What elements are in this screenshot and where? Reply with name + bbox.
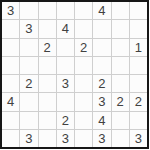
empty-cell-r2c5[interactable] xyxy=(75,20,92,37)
clue-cell-r6c7: 2 xyxy=(112,93,129,110)
clue-cell-r5c6: 2 xyxy=(93,75,110,92)
empty-cell-r1c3[interactable] xyxy=(39,2,56,19)
empty-cell-r7c8[interactable] xyxy=(130,112,147,129)
empty-cell-r6c5[interactable] xyxy=(75,93,92,110)
empty-cell-r4c3[interactable] xyxy=(39,57,56,74)
empty-cell-r1c8[interactable] xyxy=(130,2,147,19)
empty-cell-r7c7[interactable] xyxy=(112,112,129,129)
empty-cell-r6c4[interactable] xyxy=(57,93,74,110)
empty-cell-r8c3[interactable] xyxy=(39,130,56,147)
empty-cell-r8c7[interactable] xyxy=(112,130,129,147)
empty-cell-r4c6[interactable] xyxy=(93,57,110,74)
empty-cell-r3c2[interactable] xyxy=(20,39,37,56)
empty-cell-r4c1[interactable] xyxy=(2,57,19,74)
clue-cell-r2c4: 4 xyxy=(57,20,74,37)
clue-cell-r2c2: 3 xyxy=(20,20,37,37)
clue-cell-r8c4: 3 xyxy=(57,130,74,147)
empty-cell-r5c7[interactable] xyxy=(112,75,129,92)
clue-cell-r8c6: 3 xyxy=(93,130,110,147)
clue-cell-r1c6: 4 xyxy=(93,2,110,19)
clue-cell-r3c5: 2 xyxy=(75,39,92,56)
empty-cell-r2c1[interactable] xyxy=(2,20,19,37)
clue-cell-r3c8: 1 xyxy=(130,39,147,56)
puzzle-board: 34342212324322243333 xyxy=(0,0,149,149)
empty-cell-r5c8[interactable] xyxy=(130,75,147,92)
empty-cell-r8c1[interactable] xyxy=(2,130,19,147)
empty-cell-r1c2[interactable] xyxy=(20,2,37,19)
empty-cell-r3c7[interactable] xyxy=(112,39,129,56)
empty-cell-r6c2[interactable] xyxy=(20,93,37,110)
empty-cell-r5c3[interactable] xyxy=(39,75,56,92)
empty-cell-r1c7[interactable] xyxy=(112,2,129,19)
empty-cell-r4c5[interactable] xyxy=(75,57,92,74)
clue-cell-r1c1: 3 xyxy=(2,2,19,19)
empty-cell-r4c7[interactable] xyxy=(112,57,129,74)
empty-cell-r1c4[interactable] xyxy=(57,2,74,19)
empty-cell-r2c8[interactable] xyxy=(130,20,147,37)
clue-cell-r3c3: 2 xyxy=(39,39,56,56)
empty-cell-r5c5[interactable] xyxy=(75,75,92,92)
clue-cell-r6c8: 2 xyxy=(130,93,147,110)
empty-cell-r4c8[interactable] xyxy=(130,57,147,74)
empty-cell-r2c6[interactable] xyxy=(93,20,110,37)
clue-cell-r6c6: 3 xyxy=(93,93,110,110)
empty-cell-r7c1[interactable] xyxy=(2,112,19,129)
empty-cell-r7c5[interactable] xyxy=(75,112,92,129)
empty-cell-r7c2[interactable] xyxy=(20,112,37,129)
empty-cell-r5c1[interactable] xyxy=(2,75,19,92)
empty-cell-r4c4[interactable] xyxy=(57,57,74,74)
clue-cell-r8c2: 3 xyxy=(20,130,37,147)
clue-cell-r8c8: 3 xyxy=(130,130,147,147)
empty-cell-r8c5[interactable] xyxy=(75,130,92,147)
empty-cell-r2c7[interactable] xyxy=(112,20,129,37)
clue-cell-r7c4: 2 xyxy=(57,112,74,129)
clue-cell-r6c1: 4 xyxy=(2,93,19,110)
empty-cell-r2c3[interactable] xyxy=(39,20,56,37)
clue-cell-r5c2: 2 xyxy=(20,75,37,92)
empty-cell-r3c4[interactable] xyxy=(57,39,74,56)
empty-cell-r3c1[interactable] xyxy=(2,39,19,56)
clue-cell-r7c6: 4 xyxy=(93,112,110,129)
empty-cell-r6c3[interactable] xyxy=(39,93,56,110)
empty-cell-r3c6[interactable] xyxy=(93,39,110,56)
empty-cell-r1c5[interactable] xyxy=(75,2,92,19)
empty-cell-r4c2[interactable] xyxy=(20,57,37,74)
clue-cell-r5c4: 3 xyxy=(57,75,74,92)
empty-cell-r7c3[interactable] xyxy=(39,112,56,129)
